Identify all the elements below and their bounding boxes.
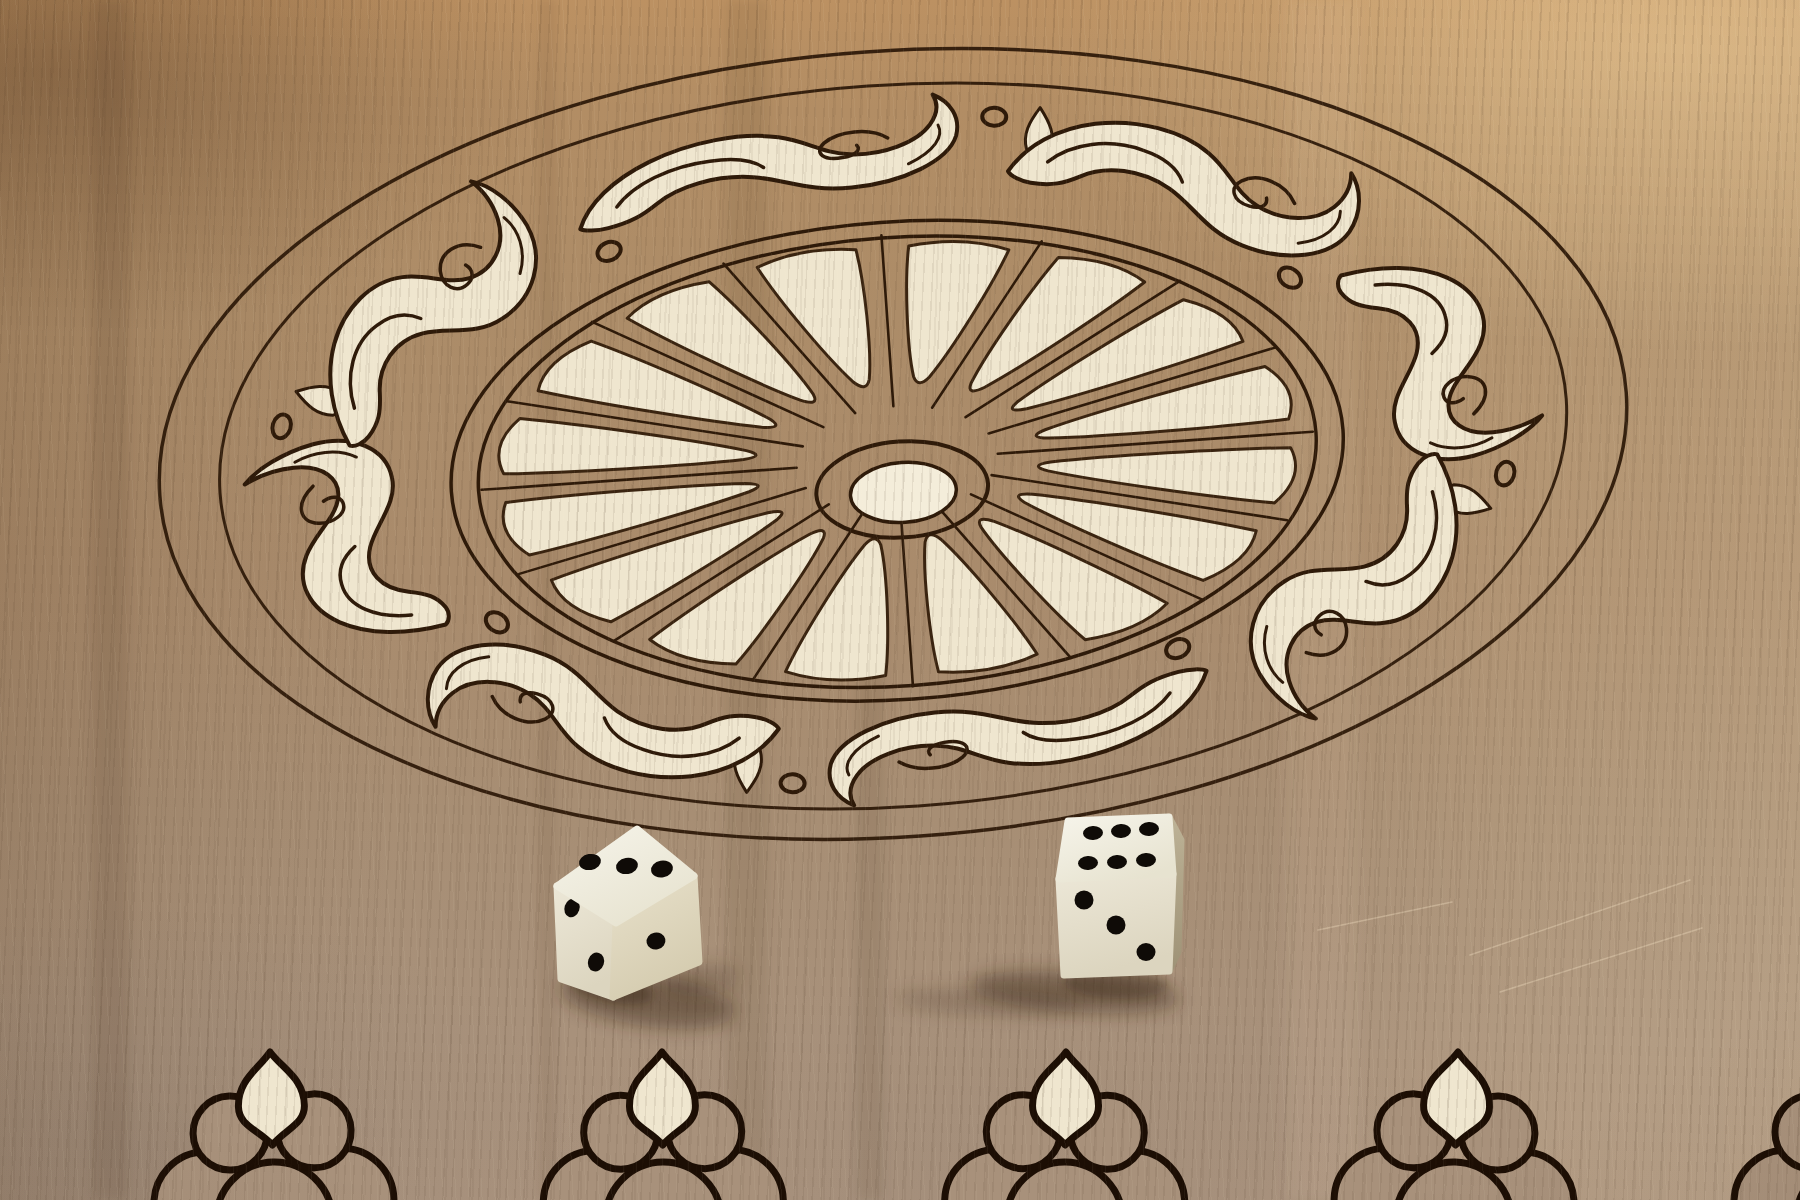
die-right[interactable]	[893, 817, 1182, 1019]
die-left[interactable]	[557, 829, 741, 1038]
die-pip	[1137, 943, 1156, 961]
die-pip	[1107, 916, 1126, 935]
die-pip	[1075, 891, 1094, 910]
dice-layer	[0, 0, 1800, 1200]
backgammon-board-photo	[0, 0, 1800, 1200]
